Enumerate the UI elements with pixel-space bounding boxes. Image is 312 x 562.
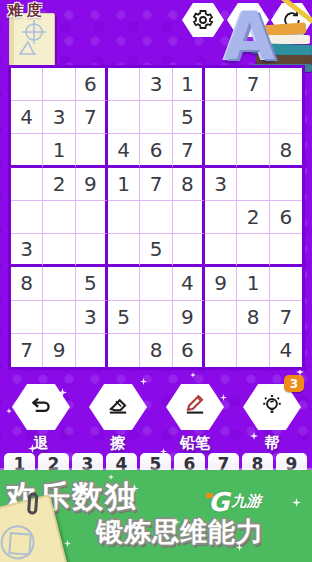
sudoku-cell-r8c8[interactable]: 8: [237, 301, 269, 334]
sudoku-cell-r1c7[interactable]: [205, 68, 237, 101]
sudoku-cell-r1c3[interactable]: 6: [76, 68, 108, 101]
logo-text: 九游: [231, 492, 261, 511]
sudoku-cell-r6c5[interactable]: 5: [140, 234, 172, 267]
undo-button[interactable]: 退: [12, 384, 70, 430]
decor-letter-a: A: [224, 4, 275, 70]
sudoku-cell-r1c5[interactable]: 3: [140, 68, 172, 101]
sudoku-cell-r9c5[interactable]: 8: [140, 334, 172, 367]
pencil-label: 铅笔: [166, 434, 224, 453]
notepad-icon: [9, 13, 55, 68]
sudoku-cell-r7c1[interactable]: 8: [11, 267, 43, 300]
sudoku-cell-r4c7[interactable]: 3: [205, 168, 237, 201]
sudoku-cell-r7c5[interactable]: [140, 267, 172, 300]
bulb-icon: [258, 391, 286, 423]
sudoku-cell-r4c2[interactable]: 2: [43, 168, 75, 201]
sudoku-cell-r4c3[interactable]: 9: [76, 168, 108, 201]
pencil-icon: [181, 391, 209, 423]
pencil-button[interactable]: 铅笔: [166, 384, 224, 430]
sudoku-cell-r9c2[interactable]: 9: [43, 334, 75, 367]
sudoku-cell-r7c2[interactable]: [43, 267, 75, 300]
sudoku-cell-r5c5[interactable]: [140, 201, 172, 234]
sudoku-cell-r3c4[interactable]: 4: [108, 134, 140, 167]
sudoku-cell-r2c2[interactable]: 3: [43, 101, 75, 134]
sudoku-cell-r2c4[interactable]: [108, 101, 140, 134]
erase-label: 擦: [89, 434, 147, 453]
hint-count-badge: 3: [284, 375, 304, 392]
sudoku-cell-r6c7[interactable]: [205, 234, 237, 267]
sudoku-board: 63174375146782917832635854913598779864: [8, 65, 305, 370]
sudoku-cell-r6c6[interactable]: [173, 234, 205, 267]
undo-icon: [27, 391, 55, 423]
settings-button[interactable]: [182, 3, 224, 37]
sudoku-cell-r8c7[interactable]: [205, 301, 237, 334]
sudoku-cell-r1c1[interactable]: [11, 68, 43, 101]
sudoku-cell-r8c6[interactable]: 9: [173, 301, 205, 334]
sudoku-cell-r9c3[interactable]: [76, 334, 108, 367]
erase-button[interactable]: 擦: [89, 384, 147, 430]
sudoku-cell-r1c6[interactable]: 1: [173, 68, 205, 101]
sudoku-cell-r9c6[interactable]: 6: [173, 334, 205, 367]
paperclip-icon: [27, 492, 39, 515]
sudoku-cell-r2c3[interactable]: 7: [76, 101, 108, 134]
sudoku-cell-r2c9[interactable]: [270, 101, 302, 134]
sudoku-cell-r8c9[interactable]: 7: [270, 301, 302, 334]
sudoku-cell-r5c8[interactable]: 2: [237, 201, 269, 234]
sudoku-cell-r9c9[interactable]: 4: [270, 334, 302, 367]
sudoku-cell-r2c1[interactable]: 4: [11, 101, 43, 134]
sudoku-cell-r3c6[interactable]: 7: [173, 134, 205, 167]
sudoku-cell-r8c2[interactable]: [43, 301, 75, 334]
jiuyou-logo: G 九游: [208, 492, 261, 512]
sudoku-cell-r8c4[interactable]: 5: [108, 301, 140, 334]
sudoku-cell-r7c8[interactable]: 1: [237, 267, 269, 300]
sudoku-cell-r1c2[interactable]: [43, 68, 75, 101]
sudoku-cell-r7c4[interactable]: [108, 267, 140, 300]
help-label: 帮: [243, 434, 301, 453]
sudoku-cell-r3c5[interactable]: 6: [140, 134, 172, 167]
sudoku-cell-r2c8[interactable]: [237, 101, 269, 134]
sudoku-cell-r5c6[interactable]: [173, 201, 205, 234]
help-button[interactable]: 3 帮: [243, 384, 301, 430]
sudoku-cell-r6c8[interactable]: [237, 234, 269, 267]
sudoku-cell-r3c8[interactable]: [237, 134, 269, 167]
sudoku-cell-r3c9[interactable]: 8: [270, 134, 302, 167]
sudoku-cell-r3c1[interactable]: [11, 134, 43, 167]
sudoku-cell-r9c1[interactable]: 7: [11, 334, 43, 367]
sudoku-cell-r8c1[interactable]: [11, 301, 43, 334]
banner-subtitle: 锻炼思维能力: [96, 514, 264, 550]
sudoku-cell-r9c7[interactable]: [205, 334, 237, 367]
sudoku-cell-r5c9[interactable]: 6: [270, 201, 302, 234]
sudoku-cell-r4c9[interactable]: [270, 168, 302, 201]
sudoku-cell-r7c7[interactable]: 9: [205, 267, 237, 300]
sudoku-cell-r4c1[interactable]: [11, 168, 43, 201]
sudoku-cell-r4c6[interactable]: 8: [173, 168, 205, 201]
gear-icon: [191, 8, 215, 32]
sudoku-cell-r3c7[interactable]: [205, 134, 237, 167]
sudoku-cell-r2c7[interactable]: [205, 101, 237, 134]
sudoku-cell-r1c9[interactable]: [270, 68, 302, 101]
difficulty-label[interactable]: 难度: [8, 1, 46, 20]
sudoku-cell-r8c3[interactable]: 3: [76, 301, 108, 334]
sudoku-cell-r6c1[interactable]: 3: [11, 234, 43, 267]
sudoku-cell-r6c2[interactable]: [43, 234, 75, 267]
sudoku-cell-r2c5[interactable]: [140, 101, 172, 134]
sudoku-cell-r1c4[interactable]: [108, 68, 140, 101]
sudoku-cell-r8c5[interactable]: [140, 301, 172, 334]
sudoku-cell-r3c3[interactable]: [76, 134, 108, 167]
sudoku-cell-r1c8[interactable]: 7: [237, 68, 269, 101]
sudoku-cell-r5c1[interactable]: [11, 201, 43, 234]
sudoku-cell-r7c9[interactable]: [270, 267, 302, 300]
sudoku-cell-r4c8[interactable]: [237, 168, 269, 201]
sudoku-cell-r4c5[interactable]: 7: [140, 168, 172, 201]
sudoku-cell-r3c2[interactable]: 1: [43, 134, 75, 167]
sudoku-cell-r6c4[interactable]: [108, 234, 140, 267]
sudoku-cell-r6c9[interactable]: [270, 234, 302, 267]
sudoku-cell-r5c3[interactable]: [76, 201, 108, 234]
sudoku-app: 难度 A: [0, 0, 312, 562]
sudoku-cell-r5c4[interactable]: [108, 201, 140, 234]
sudoku-cell-r5c2[interactable]: [43, 201, 75, 234]
undo-label: 退: [12, 434, 70, 453]
sudoku-cell-r6c3[interactable]: [76, 234, 108, 267]
sudoku-cell-r9c4[interactable]: [108, 334, 140, 367]
sudoku-cell-r2c6[interactable]: 5: [173, 101, 205, 134]
logo-g-icon: G: [208, 492, 229, 512]
sudoku-cell-r4c4[interactable]: 1: [108, 168, 140, 201]
sudoku-cell-r5c7[interactable]: [205, 201, 237, 234]
sudoku-cell-r9c8[interactable]: [237, 334, 269, 367]
sudoku-cell-r7c6[interactable]: 4: [173, 267, 205, 300]
sudoku-cell-r7c3[interactable]: 5: [76, 267, 108, 300]
